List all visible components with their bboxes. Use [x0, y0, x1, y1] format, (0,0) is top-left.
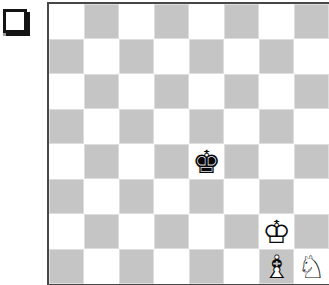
square-f5[interactable] — [224, 109, 259, 144]
square-b5[interactable] — [84, 109, 119, 144]
square-h2[interactable] — [294, 214, 329, 249]
square-a3[interactable] — [49, 179, 84, 214]
square-e7[interactable] — [189, 39, 224, 74]
white-king[interactable]: ♚♔ — [259, 214, 294, 249]
square-e1[interactable] — [189, 249, 224, 284]
square-h3[interactable] — [294, 179, 329, 214]
square-d5[interactable] — [154, 109, 189, 144]
square-a1[interactable] — [49, 249, 84, 284]
square-g5[interactable] — [259, 109, 294, 144]
square-g4[interactable] — [259, 144, 294, 179]
square-b3[interactable] — [84, 179, 119, 214]
square-c8[interactable] — [119, 4, 154, 39]
square-f6[interactable] — [224, 74, 259, 109]
square-e8[interactable] — [189, 4, 224, 39]
square-g6[interactable] — [259, 74, 294, 109]
square-d8[interactable] — [154, 4, 189, 39]
square-f7[interactable] — [224, 39, 259, 74]
square-c1[interactable] — [119, 249, 154, 284]
black-king[interactable]: ♚ — [189, 144, 224, 179]
square-g3[interactable] — [259, 179, 294, 214]
square-b4[interactable] — [84, 144, 119, 179]
square-d1[interactable] — [154, 249, 189, 284]
white-bishop-glyph: ♗ — [259, 249, 294, 284]
square-h5[interactable] — [294, 109, 329, 144]
square-b7[interactable] — [84, 39, 119, 74]
square-h7[interactable] — [294, 39, 329, 74]
square-a7[interactable] — [49, 39, 84, 74]
square-b2[interactable] — [84, 214, 119, 249]
square-e5[interactable] — [189, 109, 224, 144]
square-h6[interactable] — [294, 74, 329, 109]
square-d7[interactable] — [154, 39, 189, 74]
white-knight[interactable]: ♞♘ — [294, 249, 329, 284]
square-f1[interactable] — [224, 249, 259, 284]
square-b6[interactable] — [84, 74, 119, 109]
square-h8[interactable] — [294, 4, 329, 39]
square-h4[interactable] — [294, 144, 329, 179]
square-c6[interactable] — [119, 74, 154, 109]
white-to-move-indicator — [3, 9, 27, 33]
square-e3[interactable] — [189, 179, 224, 214]
square-f4[interactable] — [224, 144, 259, 179]
square-a6[interactable] — [49, 74, 84, 109]
square-d6[interactable] — [154, 74, 189, 109]
square-c4[interactable] — [119, 144, 154, 179]
square-g8[interactable] — [259, 4, 294, 39]
square-e2[interactable] — [189, 214, 224, 249]
square-d4[interactable] — [154, 144, 189, 179]
square-a5[interactable] — [49, 109, 84, 144]
square-c7[interactable] — [119, 39, 154, 74]
square-c5[interactable] — [119, 109, 154, 144]
square-a4[interactable] — [49, 144, 84, 179]
square-d2[interactable] — [154, 214, 189, 249]
square-b8[interactable] — [84, 4, 119, 39]
square-a8[interactable] — [49, 4, 84, 39]
square-a2[interactable] — [49, 214, 84, 249]
square-f8[interactable] — [224, 4, 259, 39]
white-king-glyph: ♔ — [259, 214, 294, 249]
square-d3[interactable] — [154, 179, 189, 214]
square-f3[interactable] — [224, 179, 259, 214]
square-f2[interactable] — [224, 214, 259, 249]
square-e6[interactable] — [189, 74, 224, 109]
square-c3[interactable] — [119, 179, 154, 214]
white-bishop[interactable]: ♝♗ — [259, 249, 294, 284]
square-g7[interactable] — [259, 39, 294, 74]
white-knight-glyph: ♘ — [294, 249, 329, 284]
black-king-glyph: ♚ — [189, 144, 224, 179]
square-c2[interactable] — [119, 214, 154, 249]
square-b1[interactable] — [84, 249, 119, 284]
